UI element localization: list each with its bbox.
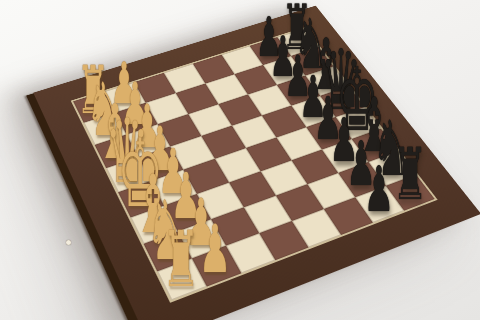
photo-background: ♜♞♝♛♚♝♞♜♟♟♟♟♟♟♟♟♟♟♟♟♟♟♟♟♜♞♝♛♚♝♞♜ [0, 0, 480, 320]
board-inlay-dot [66, 240, 71, 245]
board-grid [71, 27, 438, 303]
chess-board [33, 6, 480, 320]
